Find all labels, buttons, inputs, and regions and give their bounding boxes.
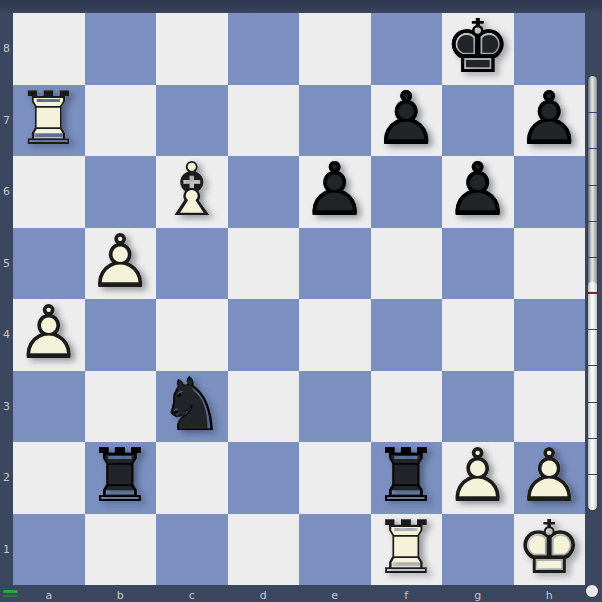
white-pawn-a4[interactable]: ♟♙ [13, 299, 85, 371]
evaluation-bar [588, 76, 597, 510]
black-pawn-outline: ♙ [299, 154, 371, 226]
white-pawn-outline: ♙ [514, 440, 586, 512]
evaluation-tick [588, 474, 597, 475]
rank-label-8: 8 [0, 13, 13, 85]
black-king-g8[interactable]: ♚♔ [442, 13, 514, 85]
evaluation-tick [588, 438, 597, 439]
file-label-d: d [228, 589, 300, 602]
square-c1[interactable] [156, 514, 228, 586]
square-a4[interactable]: ♟♙ [13, 299, 85, 371]
square-b5[interactable]: ♟♙ [85, 228, 157, 300]
black-rook-b2[interactable]: ♜♖ [85, 442, 157, 514]
white-bishop-c6[interactable]: ♝♗ [156, 156, 228, 228]
square-c8[interactable] [156, 13, 228, 85]
square-a2[interactable] [13, 442, 85, 514]
evaluation-tick [588, 257, 597, 258]
black-rook-outline: ♖ [371, 440, 443, 512]
square-f6[interactable] [371, 156, 443, 228]
square-e5[interactable] [299, 228, 371, 300]
square-f4[interactable] [371, 299, 443, 371]
square-b2[interactable]: ♜♖ [85, 442, 157, 514]
white-pawn-outline: ♙ [442, 440, 514, 512]
square-e1[interactable] [299, 514, 371, 586]
evaluation-fill [588, 282, 597, 510]
rank-label-3: 3 [0, 371, 13, 443]
square-g2[interactable]: ♟♙ [442, 442, 514, 514]
square-a7[interactable]: ♜♖ [13, 85, 85, 157]
black-knight-c3[interactable]: ♞♘ [156, 371, 228, 443]
rank-label-5: 5 [0, 228, 13, 300]
square-h7[interactable]: ♟♙ [514, 85, 586, 157]
square-e6[interactable]: ♟♙ [299, 156, 371, 228]
square-a3[interactable] [13, 371, 85, 443]
square-a1[interactable] [13, 514, 85, 586]
black-pawn-outline: ♙ [514, 83, 586, 155]
file-label-b: b [85, 589, 157, 602]
file-label-a: a [13, 589, 85, 602]
square-d7[interactable] [228, 85, 300, 157]
evaluation-tick [588, 402, 597, 403]
square-c3[interactable]: ♞♘ [156, 371, 228, 443]
rank-label-2: 2 [0, 442, 13, 514]
white-pawn-b5[interactable]: ♟♙ [85, 228, 157, 300]
black-rook-outline: ♖ [85, 440, 157, 512]
white-rook-f1[interactable]: ♜♖ [371, 514, 443, 586]
white-pawn-outline: ♙ [13, 297, 85, 369]
evaluation-tick [588, 221, 597, 222]
square-c6[interactable]: ♝♗ [156, 156, 228, 228]
square-g1[interactable] [442, 514, 514, 586]
square-d1[interactable] [228, 514, 300, 586]
square-f7[interactable]: ♟♙ [371, 85, 443, 157]
square-b4[interactable] [85, 299, 157, 371]
square-d8[interactable] [228, 13, 300, 85]
square-e2[interactable] [299, 442, 371, 514]
black-pawn-g6[interactable]: ♟♙ [442, 156, 514, 228]
white-pawn-outline: ♙ [85, 226, 157, 298]
file-label-h: h [514, 589, 586, 602]
black-pawn-outline: ♙ [442, 154, 514, 226]
white-bishop-outline: ♗ [156, 154, 228, 226]
square-d2[interactable] [228, 442, 300, 514]
black-pawn-e6[interactable]: ♟♙ [299, 156, 371, 228]
black-king-outline: ♔ [442, 11, 514, 83]
evaluation-tick [588, 148, 597, 149]
square-d5[interactable] [228, 228, 300, 300]
square-g5[interactable] [442, 228, 514, 300]
square-c5[interactable] [156, 228, 228, 300]
rank-label-1: 1 [0, 514, 13, 586]
resize-handle-dot [586, 585, 598, 597]
square-h5[interactable] [514, 228, 586, 300]
square-b1[interactable] [85, 514, 157, 586]
evaluation-tick [588, 365, 597, 366]
square-h1[interactable]: ♚♔ [514, 514, 586, 586]
square-g4[interactable] [442, 299, 514, 371]
square-h6[interactable] [514, 156, 586, 228]
evaluation-tick [588, 329, 597, 330]
black-pawn-h7[interactable]: ♟♙ [514, 85, 586, 157]
file-label-g: g [442, 589, 514, 602]
chess-board: ♚♔♜♖♟♙♟♙♝♗♟♙♟♙♟♙♟♙♞♘♜♖♜♖♟♙♟♙♜♖♚♔ [13, 13, 585, 585]
square-f1[interactable]: ♜♖ [371, 514, 443, 586]
black-knight-outline: ♘ [156, 369, 228, 441]
evaluation-tick [588, 185, 597, 186]
white-rook-outline: ♖ [371, 512, 443, 584]
rank-label-6: 6 [0, 156, 13, 228]
square-h4[interactable] [514, 299, 586, 371]
rank-label-4: 4 [0, 299, 13, 371]
white-king-h1[interactable]: ♚♔ [514, 514, 586, 586]
white-rook-a7[interactable]: ♜♖ [13, 85, 85, 157]
square-a6[interactable] [13, 156, 85, 228]
file-label-f: f [371, 589, 443, 602]
square-b7[interactable] [85, 85, 157, 157]
square-e4[interactable] [299, 299, 371, 371]
file-label-c: c [156, 589, 228, 602]
rank-label-7: 7 [0, 85, 13, 157]
square-b8[interactable] [85, 13, 157, 85]
square-c2[interactable] [156, 442, 228, 514]
white-rook-outline: ♖ [13, 83, 85, 155]
square-f5[interactable] [371, 228, 443, 300]
square-d6[interactable] [228, 156, 300, 228]
black-pawn-outline: ♙ [371, 83, 443, 155]
square-g6[interactable]: ♟♙ [442, 156, 514, 228]
file-label-e: e [299, 589, 371, 602]
evaluation-tick [588, 112, 597, 113]
square-d4[interactable] [228, 299, 300, 371]
square-g8[interactable]: ♚♔ [442, 13, 514, 85]
square-e8[interactable] [299, 13, 371, 85]
square-d3[interactable] [228, 371, 300, 443]
white-king-outline: ♔ [514, 512, 586, 584]
square-e3[interactable] [299, 371, 371, 443]
white-pawn-g2[interactable]: ♟♙ [442, 442, 514, 514]
black-pawn-f7[interactable]: ♟♙ [371, 85, 443, 157]
evaluation-tick [588, 293, 597, 294]
